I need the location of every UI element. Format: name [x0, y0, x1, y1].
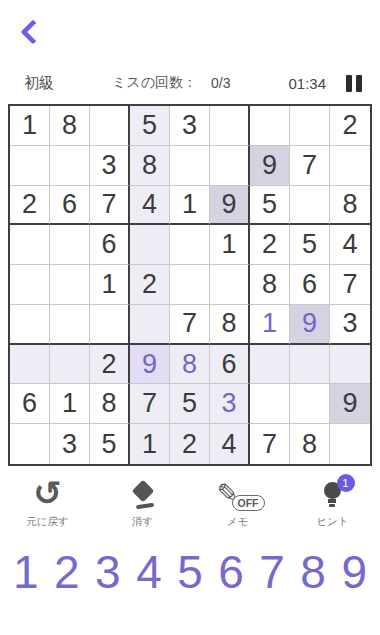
cell-r1c1[interactable]: 1: [10, 106, 50, 146]
cell-r9c3[interactable]: 5: [90, 424, 130, 464]
cell-r5c7[interactable]: 8: [250, 265, 290, 305]
cell-r5c8[interactable]: 6: [290, 265, 330, 305]
cell-r2c7[interactable]: 9: [250, 146, 290, 186]
top-bar: [0, 0, 380, 62]
cell-r2c9[interactable]: [330, 146, 370, 186]
difficulty-label: 初級: [24, 74, 54, 93]
cell-r9c9[interactable]: [330, 424, 370, 464]
numpad-key-7[interactable]: 7: [259, 547, 285, 598]
cell-r6c1[interactable]: [10, 305, 50, 345]
numpad-key-3[interactable]: 3: [95, 547, 121, 598]
bulb-icon: 1: [321, 480, 345, 510]
cell-r4c2[interactable]: [50, 225, 90, 265]
cell-r1c8[interactable]: [290, 106, 330, 146]
mistakes-label: ミスの回数：: [112, 74, 197, 92]
undo-button[interactable]: ↺ 元に戻す: [0, 478, 95, 529]
timer: 01:34: [288, 75, 326, 92]
cell-r4c3[interactable]: 6: [90, 225, 130, 265]
cell-r9c6[interactable]: 4: [210, 424, 250, 464]
numpad-key-9[interactable]: 9: [341, 547, 367, 598]
numpad-key-4[interactable]: 4: [136, 547, 162, 598]
cell-r3c9[interactable]: 8: [330, 186, 370, 226]
cell-r7c8[interactable]: [290, 345, 330, 385]
cell-r4c6[interactable]: 1: [210, 225, 250, 265]
cell-r4c5[interactable]: [170, 225, 210, 265]
cell-r7c4[interactable]: 9: [130, 345, 170, 385]
pause-icon: [356, 75, 362, 92]
cell-r5c4[interactable]: 2: [130, 265, 170, 305]
cell-r3c1[interactable]: 2: [10, 186, 50, 226]
cell-r4c4[interactable]: [130, 225, 170, 265]
cell-r8c4[interactable]: 7: [130, 384, 170, 424]
cell-r3c3[interactable]: 7: [90, 186, 130, 226]
cell-r5c1[interactable]: [10, 265, 50, 305]
cell-r7c2[interactable]: [50, 345, 90, 385]
cell-r4c8[interactable]: 5: [290, 225, 330, 265]
cell-r4c9[interactable]: 4: [330, 225, 370, 265]
cell-r8c6[interactable]: 3: [210, 384, 250, 424]
cell-r1c6[interactable]: [210, 106, 250, 146]
numpad-key-5[interactable]: 5: [177, 547, 203, 598]
cell-r6c8[interactable]: 9: [290, 305, 330, 345]
cell-r6c5[interactable]: 7: [170, 305, 210, 345]
cell-r7c5[interactable]: 8: [170, 345, 210, 385]
hint-label: ヒント: [316, 515, 348, 529]
numpad-key-2[interactable]: 2: [54, 547, 80, 598]
eraser-icon: [128, 481, 158, 509]
mistakes-group: ミスの回数： 0/3: [54, 74, 288, 92]
cell-r8c9[interactable]: 9: [330, 384, 370, 424]
cell-r6c2[interactable]: [50, 305, 90, 345]
back-button[interactable]: [16, 18, 44, 46]
cell-r7c1[interactable]: [10, 345, 50, 385]
cell-r5c9[interactable]: 7: [330, 265, 370, 305]
cell-r8c7[interactable]: [250, 384, 290, 424]
undo-icon: ↺: [33, 478, 62, 508]
cell-r1c7[interactable]: [250, 106, 290, 146]
hint-button[interactable]: 1 ヒント: [285, 478, 380, 529]
cell-r9c4[interactable]: 1: [130, 424, 170, 464]
cell-r1c4[interactable]: 5: [130, 106, 170, 146]
numpad-key-6[interactable]: 6: [218, 547, 244, 598]
cell-r2c4[interactable]: 8: [130, 146, 170, 186]
numpad-key-1[interactable]: 1: [13, 547, 39, 598]
sudoku-board: 1853238972674195861254128677819329866187…: [8, 104, 372, 466]
number-pad: 123456789: [0, 547, 380, 598]
cell-r3c6[interactable]: 9: [210, 186, 250, 226]
erase-label: 消す: [132, 515, 153, 529]
cell-r2c3[interactable]: 3: [90, 146, 130, 186]
cell-r8c3[interactable]: 8: [90, 384, 130, 424]
numpad-key-8[interactable]: 8: [300, 547, 326, 598]
cell-r9c2[interactable]: 3: [50, 424, 90, 464]
pause-button[interactable]: [344, 73, 364, 94]
cell-r3c5[interactable]: 1: [170, 186, 210, 226]
cell-r7c7[interactable]: [250, 345, 290, 385]
undo-label: 元に戻す: [26, 515, 69, 529]
cell-r9c1[interactable]: [10, 424, 50, 464]
cell-r8c5[interactable]: 5: [170, 384, 210, 424]
cell-r5c5[interactable]: [170, 265, 210, 305]
cell-r6c9[interactable]: 3: [330, 305, 370, 345]
hint-badge: 1: [337, 474, 355, 492]
cell-r6c3[interactable]: [90, 305, 130, 345]
cell-r4c7[interactable]: 2: [250, 225, 290, 265]
chevron-left-icon: [20, 19, 45, 44]
cell-r8c8[interactable]: [290, 384, 330, 424]
cell-r2c6[interactable]: [210, 146, 250, 186]
status-row: 初級 ミスの回数： 0/3 01:34: [12, 70, 368, 96]
cell-r1c2[interactable]: 8: [50, 106, 90, 146]
cell-r5c6[interactable]: [210, 265, 250, 305]
cell-r2c1[interactable]: [10, 146, 50, 186]
cell-r9c5[interactable]: 2: [170, 424, 210, 464]
cell-r4c1[interactable]: [10, 225, 50, 265]
mistakes-value: 0/3: [211, 75, 230, 91]
cell-r3c4[interactable]: 4: [130, 186, 170, 226]
cell-r1c9[interactable]: 2: [330, 106, 370, 146]
cell-r3c2[interactable]: 6: [50, 186, 90, 226]
cell-r1c5[interactable]: 3: [170, 106, 210, 146]
memo-label: メモ: [227, 515, 249, 529]
cell-r1c3[interactable]: [90, 106, 130, 146]
toolbar: ↺ 元に戻す 消す ✎ OFF メモ 1 ヒント: [0, 478, 380, 529]
memo-state-pill: OFF: [232, 495, 265, 511]
cell-r7c6[interactable]: 6: [210, 345, 250, 385]
cell-r5c3[interactable]: 1: [90, 265, 130, 305]
cell-r8c2[interactable]: 1: [50, 384, 90, 424]
cell-r6c4[interactable]: [130, 305, 170, 345]
cell-r9c8[interactable]: 8: [290, 424, 330, 464]
cell-r2c2[interactable]: [50, 146, 90, 186]
cell-r6c7[interactable]: 1: [250, 305, 290, 345]
cell-r7c3[interactable]: 2: [90, 345, 130, 385]
cell-r3c8[interactable]: [290, 186, 330, 226]
cell-r2c5[interactable]: [170, 146, 210, 186]
cell-r6c6[interactable]: 8: [210, 305, 250, 345]
erase-button[interactable]: 消す: [95, 478, 190, 529]
cell-r7c9[interactable]: [330, 345, 370, 385]
memo-button[interactable]: ✎ OFF メモ: [190, 478, 285, 529]
pause-icon: [346, 75, 352, 92]
cell-r5c2[interactable]: [50, 265, 90, 305]
cell-r3c7[interactable]: 5: [250, 186, 290, 226]
cell-r2c8[interactable]: 7: [290, 146, 330, 186]
cell-r9c7[interactable]: 7: [250, 424, 290, 464]
cell-r8c1[interactable]: 6: [10, 384, 50, 424]
